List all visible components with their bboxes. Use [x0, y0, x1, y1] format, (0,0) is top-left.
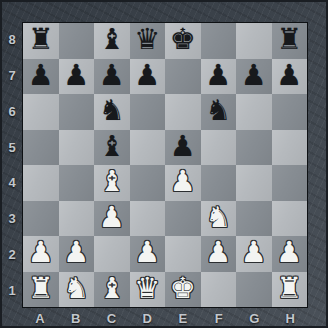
piece-white-rook[interactable]: ♜ — [276, 274, 302, 303]
piece-white-bishop[interactable]: ♝ — [99, 274, 125, 303]
piece-black-pawn[interactable]: ♟ — [28, 61, 54, 90]
square-h5[interactable] — [272, 130, 308, 166]
square-h7[interactable]: ♟ — [272, 59, 308, 95]
square-a2[interactable]: ♟ — [23, 236, 59, 272]
rank-label-5: 5 — [2, 129, 22, 165]
square-b8[interactable] — [59, 23, 95, 59]
file-label-e: E — [165, 308, 201, 328]
square-f4[interactable] — [201, 165, 237, 201]
square-g8[interactable] — [236, 23, 272, 59]
square-b6[interactable] — [59, 94, 95, 130]
square-e4[interactable]: ♟ — [165, 165, 201, 201]
piece-white-knight[interactable]: ♞ — [63, 274, 89, 303]
square-c3[interactable]: ♟ — [94, 201, 130, 237]
square-c1[interactable]: ♝ — [94, 272, 130, 308]
chess-board[interactable]: ♜♝♛♚♜♟♟♟♟♟♟♟♞♞♝♟♝♟♟♞♟♟♟♟♟♟♜♞♝♛♚♜ — [22, 22, 308, 308]
piece-white-bishop[interactable]: ♝ — [99, 167, 125, 196]
square-g1[interactable] — [236, 272, 272, 308]
square-f7[interactable]: ♟ — [201, 59, 237, 95]
square-e7[interactable] — [165, 59, 201, 95]
square-a3[interactable] — [23, 201, 59, 237]
square-d6[interactable] — [130, 94, 166, 130]
square-a5[interactable] — [23, 130, 59, 166]
square-e2[interactable] — [165, 236, 201, 272]
square-h8[interactable]: ♜ — [272, 23, 308, 59]
square-f2[interactable]: ♟ — [201, 236, 237, 272]
square-d8[interactable]: ♛ — [130, 23, 166, 59]
piece-white-pawn[interactable]: ♟ — [63, 238, 89, 267]
chess-board-frame: 87654321 ♜♝♛♚♜♟♟♟♟♟♟♟♞♞♝♟♝♟♟♞♟♟♟♟♟♟♜♞♝♛♚… — [0, 0, 328, 328]
square-f8[interactable] — [201, 23, 237, 59]
rank-label-7: 7 — [2, 58, 22, 94]
piece-white-pawn[interactable]: ♟ — [28, 238, 54, 267]
file-label-c: C — [94, 308, 130, 328]
rank-labels: 87654321 — [2, 22, 22, 308]
piece-black-queen[interactable]: ♛ — [134, 25, 160, 54]
square-h1[interactable]: ♜ — [272, 272, 308, 308]
square-h6[interactable] — [272, 94, 308, 130]
square-c2[interactable] — [94, 236, 130, 272]
piece-white-pawn[interactable]: ♟ — [241, 238, 267, 267]
square-f1[interactable] — [201, 272, 237, 308]
square-c4[interactable]: ♝ — [94, 165, 130, 201]
rank-label-1: 1 — [2, 272, 22, 308]
square-d2[interactable]: ♟ — [130, 236, 166, 272]
piece-black-pawn[interactable]: ♟ — [99, 61, 125, 90]
piece-black-bishop[interactable]: ♝ — [99, 25, 125, 54]
square-e5[interactable]: ♟ — [165, 130, 201, 166]
square-e8[interactable]: ♚ — [165, 23, 201, 59]
piece-black-pawn[interactable]: ♟ — [170, 132, 196, 161]
square-d1[interactable]: ♛ — [130, 272, 166, 308]
square-h2[interactable]: ♟ — [272, 236, 308, 272]
rank-label-3: 3 — [2, 201, 22, 237]
square-a7[interactable]: ♟ — [23, 59, 59, 95]
file-label-b: B — [58, 308, 94, 328]
square-g7[interactable]: ♟ — [236, 59, 272, 95]
square-a6[interactable] — [23, 94, 59, 130]
square-h3[interactable] — [272, 201, 308, 237]
file-label-f: F — [201, 308, 237, 328]
square-b3[interactable] — [59, 201, 95, 237]
square-b2[interactable]: ♟ — [59, 236, 95, 272]
square-h4[interactable] — [272, 165, 308, 201]
square-f6[interactable]: ♞ — [201, 94, 237, 130]
square-f3[interactable]: ♞ — [201, 201, 237, 237]
rank-label-4: 4 — [2, 165, 22, 201]
square-c8[interactable]: ♝ — [94, 23, 130, 59]
piece-white-pawn[interactable]: ♟ — [205, 238, 231, 267]
square-g5[interactable] — [236, 130, 272, 166]
piece-white-rook[interactable]: ♜ — [28, 274, 54, 303]
piece-black-pawn[interactable]: ♟ — [205, 61, 231, 90]
piece-black-rook[interactable]: ♜ — [276, 25, 302, 54]
piece-white-pawn[interactable]: ♟ — [276, 238, 302, 267]
piece-white-pawn[interactable]: ♟ — [170, 167, 196, 196]
square-c5[interactable]: ♝ — [94, 130, 130, 166]
rank-label-2: 2 — [2, 237, 22, 273]
square-g4[interactable] — [236, 165, 272, 201]
square-b7[interactable]: ♟ — [59, 59, 95, 95]
square-b1[interactable]: ♞ — [59, 272, 95, 308]
rank-label-8: 8 — [2, 22, 22, 58]
square-g6[interactable] — [236, 94, 272, 130]
file-label-g: G — [237, 308, 273, 328]
piece-white-knight[interactable]: ♞ — [205, 203, 231, 232]
piece-black-pawn[interactable]: ♟ — [276, 61, 302, 90]
piece-black-pawn[interactable]: ♟ — [134, 61, 160, 90]
rank-label-6: 6 — [2, 94, 22, 130]
square-d7[interactable]: ♟ — [130, 59, 166, 95]
piece-black-knight[interactable]: ♞ — [205, 96, 231, 125]
file-label-a: A — [22, 308, 58, 328]
square-b5[interactable] — [59, 130, 95, 166]
square-e6[interactable] — [165, 94, 201, 130]
piece-black-pawn[interactable]: ♟ — [63, 61, 89, 90]
square-b4[interactable] — [59, 165, 95, 201]
square-a4[interactable] — [23, 165, 59, 201]
piece-white-pawn[interactable]: ♟ — [134, 238, 160, 267]
square-c7[interactable]: ♟ — [94, 59, 130, 95]
square-a8[interactable]: ♜ — [23, 23, 59, 59]
piece-black-king[interactable]: ♚ — [170, 25, 196, 54]
piece-black-rook[interactable]: ♜ — [28, 25, 54, 54]
piece-black-bishop[interactable]: ♝ — [99, 132, 125, 161]
piece-black-pawn[interactable]: ♟ — [241, 61, 267, 90]
square-e3[interactable] — [165, 201, 201, 237]
piece-white-queen[interactable]: ♛ — [134, 274, 160, 303]
square-d3[interactable] — [130, 201, 166, 237]
square-e1[interactable]: ♚ — [165, 272, 201, 308]
square-g2[interactable]: ♟ — [236, 236, 272, 272]
file-label-d: D — [129, 308, 165, 328]
square-d4[interactable] — [130, 165, 166, 201]
file-labels: ABCDEFGH — [22, 308, 308, 328]
piece-white-pawn[interactable]: ♟ — [99, 203, 125, 232]
square-a1[interactable]: ♜ — [23, 272, 59, 308]
square-f5[interactable] — [201, 130, 237, 166]
file-label-h: H — [272, 308, 308, 328]
piece-white-king[interactable]: ♚ — [170, 274, 196, 303]
square-c6[interactable]: ♞ — [94, 94, 130, 130]
square-g3[interactable] — [236, 201, 272, 237]
square-d5[interactable] — [130, 130, 166, 166]
piece-black-knight[interactable]: ♞ — [99, 96, 125, 125]
